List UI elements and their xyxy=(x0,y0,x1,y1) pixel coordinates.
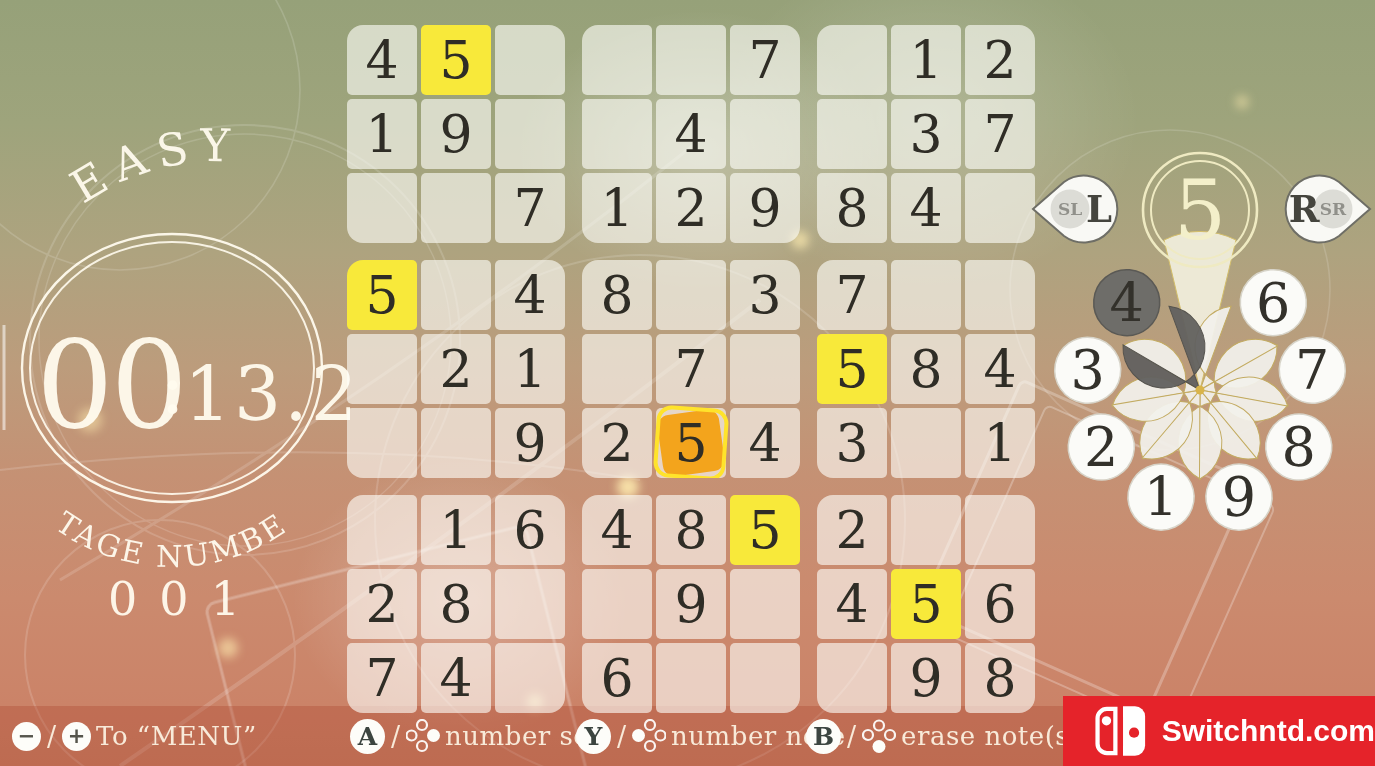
cell-digit: 4 xyxy=(674,108,707,160)
stage-info-svg: EASY 00 : 13.2 STAGE NUMBER 001 xyxy=(0,95,350,725)
sudoku-cell-r6c2[interactable] xyxy=(421,408,491,478)
petal-number-8: 8 xyxy=(1282,416,1316,479)
sudoku-cell-r4c1[interactable]: 5 xyxy=(347,260,417,330)
joycon-cluster-b-icon xyxy=(862,719,896,753)
a-slash: / xyxy=(390,721,401,752)
sudoku-cell-r4c3[interactable]: 4 xyxy=(495,260,565,330)
sudoku-cell-r8c4[interactable] xyxy=(582,569,652,639)
sudoku-cell-r7c1[interactable] xyxy=(347,495,417,565)
sudoku-cell-r8c1[interactable]: 2 xyxy=(347,569,417,639)
sudoku-cell-r3c7[interactable]: 8 xyxy=(817,173,887,243)
joycon-cluster-a-icon xyxy=(406,719,440,753)
cell-digit: 1 xyxy=(513,343,546,395)
sudoku-cell-r4c2[interactable] xyxy=(421,260,491,330)
cell-digit: 1 xyxy=(600,182,633,234)
sudoku-cell-r9c7[interactable] xyxy=(817,643,887,713)
sudoku-cell-r1c2[interactable]: 5 xyxy=(421,25,491,95)
sudoku-cell-r5c1[interactable] xyxy=(347,334,417,404)
r-button-label: R xyxy=(1289,187,1320,231)
sudoku-cell-r6c5[interactable]: 5 xyxy=(656,408,726,478)
sudoku-box-8: 48596 xyxy=(582,495,800,713)
sudoku-cell-r7c6[interactable]: 5 xyxy=(730,495,800,565)
sudoku-cell-r7c3[interactable]: 6 xyxy=(495,495,565,565)
cell-digit: 7 xyxy=(365,652,398,704)
cell-digit: 2 xyxy=(983,34,1016,86)
cell-digit: 9 xyxy=(674,578,707,630)
sudoku-box-4: 54219 xyxy=(347,260,565,478)
sudoku-box-5: 837254 xyxy=(582,260,800,478)
sudoku-cell-r1c7[interactable] xyxy=(817,25,887,95)
sl-button-label: SL xyxy=(1058,199,1082,219)
menu-hint: − / + To “MENU” xyxy=(12,716,257,756)
cell-digit: 2 xyxy=(600,417,633,469)
sudoku-cell-r3c3[interactable]: 7 xyxy=(495,173,565,243)
cell-digit: 4 xyxy=(600,504,633,556)
sudoku-cell-r5c6[interactable] xyxy=(730,334,800,404)
sudoku-cell-r1c9[interactable]: 2 xyxy=(965,25,1035,95)
sudoku-cell-r4c5[interactable] xyxy=(656,260,726,330)
cell-digit: 3 xyxy=(835,417,868,469)
sudoku-cell-r5c3[interactable]: 1 xyxy=(495,334,565,404)
sudoku-cell-r3c2[interactable] xyxy=(421,173,491,243)
sudoku-cell-r6c1[interactable] xyxy=(347,408,417,478)
sudoku-cell-r9c1[interactable]: 7 xyxy=(347,643,417,713)
sudoku-cell-r6c7[interactable]: 3 xyxy=(817,408,887,478)
watermark-text: Switchntd.com xyxy=(1162,714,1375,748)
sudoku-cell-r9c2[interactable]: 4 xyxy=(421,643,491,713)
cell-digit: 9 xyxy=(513,417,546,469)
plus-button[interactable]: + xyxy=(62,722,91,751)
cell-digit: 4 xyxy=(835,578,868,630)
sudoku-cell-r7c2[interactable]: 1 xyxy=(421,495,491,565)
y-slash: / xyxy=(616,721,627,752)
sudoku-box-2: 74129 xyxy=(582,25,800,243)
sudoku-box-1: 45197 xyxy=(347,25,565,243)
b-slash: / xyxy=(846,721,857,752)
nintendo-switch-logo-icon xyxy=(1095,702,1148,760)
joycon-cluster-y-icon xyxy=(632,719,666,753)
cell-digit: 8 xyxy=(674,504,707,556)
sudoku-cell-r8c9[interactable]: 6 xyxy=(965,569,1035,639)
sudoku-cell-r1c1[interactable]: 4 xyxy=(347,25,417,95)
l-button-label: L xyxy=(1086,187,1112,231)
menu-slash: / xyxy=(46,721,57,752)
cell-digit: 9 xyxy=(909,652,942,704)
cell-digit: 3 xyxy=(748,269,781,321)
sudoku-cell-r6c6[interactable]: 4 xyxy=(730,408,800,478)
sudoku-cell-r3c5[interactable]: 2 xyxy=(656,173,726,243)
a-button[interactable]: A xyxy=(350,719,385,754)
sudoku-cell-r4c4[interactable]: 8 xyxy=(582,260,652,330)
sudoku-cell-r6c8[interactable] xyxy=(891,408,961,478)
sudoku-board: 4519774129123784542198372547584311628744… xyxy=(347,25,1035,713)
sudoku-cell-r3c6[interactable]: 9 xyxy=(730,173,800,243)
sudoku-cell-r8c7[interactable]: 4 xyxy=(817,569,887,639)
cell-digit: 4 xyxy=(439,652,472,704)
sudoku-cell-r2c8[interactable]: 3 xyxy=(891,99,961,169)
cell-digit: 3 xyxy=(909,108,942,160)
sudoku-cell-r7c5[interactable]: 8 xyxy=(656,495,726,565)
shoulder-button-right[interactable]: SR R xyxy=(1268,169,1372,249)
watermark-banner: Switchntd.com xyxy=(1063,696,1375,766)
cell-digit: 4 xyxy=(365,34,398,86)
sudoku-cell-r8c8[interactable]: 5 xyxy=(891,569,961,639)
cell-digit: 7 xyxy=(748,34,781,86)
cell-digit: 4 xyxy=(909,182,942,234)
sudoku-cell-r9c8[interactable]: 9 xyxy=(891,643,961,713)
cell-digit: 8 xyxy=(439,578,472,630)
sudoku-game-screen: EASY 00 : 13.2 STAGE NUMBER 001 45197741… xyxy=(0,0,1375,766)
sudoku-cell-r8c5[interactable]: 9 xyxy=(656,569,726,639)
cell-digit: 7 xyxy=(835,269,868,321)
petal-number-6: 6 xyxy=(1256,272,1290,335)
petal-number-7: 7 xyxy=(1295,339,1329,402)
b-button[interactable]: B xyxy=(806,719,841,754)
sr-button-label: SR xyxy=(1320,199,1347,219)
sudoku-cell-r4c8[interactable] xyxy=(891,260,961,330)
cell-digit: 1 xyxy=(909,34,942,86)
petal-number-1: 1 xyxy=(1144,466,1178,529)
sudoku-cell-r6c4[interactable]: 2 xyxy=(582,408,652,478)
cell-digit: 5 xyxy=(909,578,942,630)
timer-colon: : xyxy=(160,344,185,430)
cell-digit: 6 xyxy=(513,504,546,556)
sudoku-cell-r5c4[interactable] xyxy=(582,334,652,404)
minus-button[interactable]: − xyxy=(12,722,41,751)
selected-number: 5 xyxy=(1174,163,1226,258)
sudoku-cell-r9c4[interactable]: 6 xyxy=(582,643,652,713)
sudoku-cell-r2c2[interactable]: 9 xyxy=(421,99,491,169)
sudoku-cell-r5c5[interactable]: 7 xyxy=(656,334,726,404)
sudoku-cell-r7c8[interactable] xyxy=(891,495,961,565)
menu-hint-label: To “MENU” xyxy=(96,721,257,751)
erase-note-hint: B / erase note(s) xyxy=(806,716,1080,756)
cell-digit: 8 xyxy=(835,182,868,234)
sudoku-cell-r1c8[interactable]: 1 xyxy=(891,25,961,95)
sudoku-cell-r2c4[interactable] xyxy=(582,99,652,169)
petal-number-9: 9 xyxy=(1222,466,1256,529)
sudoku-cell-r2c6[interactable] xyxy=(730,99,800,169)
cell-digit: 8 xyxy=(909,343,942,395)
sudoku-cell-r8c2[interactable]: 8 xyxy=(421,569,491,639)
cell-digit: 5 xyxy=(365,269,398,321)
cell-digit: 5 xyxy=(674,417,707,469)
cell-digit: 6 xyxy=(600,652,633,704)
sudoku-cell-r3c1[interactable] xyxy=(347,173,417,243)
sudoku-cell-r7c7[interactable]: 2 xyxy=(817,495,887,565)
sudoku-cell-r8c6[interactable] xyxy=(730,569,800,639)
sudoku-cell-r4c7[interactable]: 7 xyxy=(817,260,887,330)
number-set-hint: A / number set xyxy=(350,716,600,756)
cell-digit: 7 xyxy=(513,182,546,234)
petal-number-4: 4 xyxy=(1110,272,1144,335)
sudoku-box-7: 162874 xyxy=(347,495,565,713)
sudoku-cell-r8c3[interactable] xyxy=(495,569,565,639)
y-button[interactable]: Y xyxy=(576,719,611,754)
cell-digit: 5 xyxy=(439,34,472,86)
cell-digit: 9 xyxy=(748,182,781,234)
cell-digit: 8 xyxy=(600,269,633,321)
sudoku-cell-r9c9[interactable]: 8 xyxy=(965,643,1035,713)
cell-digit: 7 xyxy=(674,343,707,395)
cell-digit: 2 xyxy=(835,504,868,556)
sudoku-cell-r1c4[interactable] xyxy=(582,25,652,95)
sudoku-cell-r9c3[interactable] xyxy=(495,643,565,713)
sudoku-cell-r1c3[interactable] xyxy=(495,25,565,95)
sudoku-cell-r9c5[interactable] xyxy=(656,643,726,713)
wheel-hub xyxy=(1196,386,1205,395)
sudoku-cell-r5c8[interactable]: 8 xyxy=(891,334,961,404)
sudoku-cell-r6c3[interactable]: 9 xyxy=(495,408,565,478)
cell-digit: 5 xyxy=(748,504,781,556)
cell-digit: 9 xyxy=(439,108,472,160)
sudoku-cell-r5c7[interactable]: 5 xyxy=(817,334,887,404)
erase-note-label: erase note(s) xyxy=(901,721,1080,751)
sudoku-cell-r2c1[interactable]: 1 xyxy=(347,99,417,169)
cell-digit: 4 xyxy=(748,417,781,469)
stage-number-value: 001 xyxy=(108,572,262,626)
sudoku-cell-r1c6[interactable]: 7 xyxy=(730,25,800,95)
cell-digit: 5 xyxy=(835,343,868,395)
cell-digit: 2 xyxy=(674,182,707,234)
timer-seconds: 13.2 xyxy=(184,351,350,437)
sudoku-cell-r3c4[interactable]: 1 xyxy=(582,173,652,243)
sudoku-cell-r4c6[interactable]: 3 xyxy=(730,260,800,330)
cell-digit: 1 xyxy=(365,108,398,160)
petal-number-3: 3 xyxy=(1071,339,1105,402)
cell-digit: 2 xyxy=(439,343,472,395)
difficulty-label: EASY xyxy=(61,119,240,214)
cell-digit: 4 xyxy=(513,269,546,321)
petal-number-2: 2 xyxy=(1084,416,1118,479)
cell-digit: 2 xyxy=(365,578,398,630)
sudoku-cell-r5c2[interactable]: 2 xyxy=(421,334,491,404)
cell-digit: 8 xyxy=(983,652,1016,704)
sudoku-cell-r2c5[interactable]: 4 xyxy=(656,99,726,169)
cell-digit: 1 xyxy=(439,504,472,556)
sudoku-cell-r1c5[interactable] xyxy=(656,25,726,95)
sudoku-cell-r2c7[interactable] xyxy=(817,99,887,169)
shoulder-button-left[interactable]: SL L xyxy=(1031,169,1135,249)
sudoku-cell-r9c6[interactable] xyxy=(730,643,800,713)
sudoku-cell-r2c3[interactable] xyxy=(495,99,565,169)
sudoku-cell-r3c8[interactable]: 4 xyxy=(891,173,961,243)
sudoku-cell-r7c4[interactable]: 4 xyxy=(582,495,652,565)
cell-digit: 6 xyxy=(983,578,1016,630)
